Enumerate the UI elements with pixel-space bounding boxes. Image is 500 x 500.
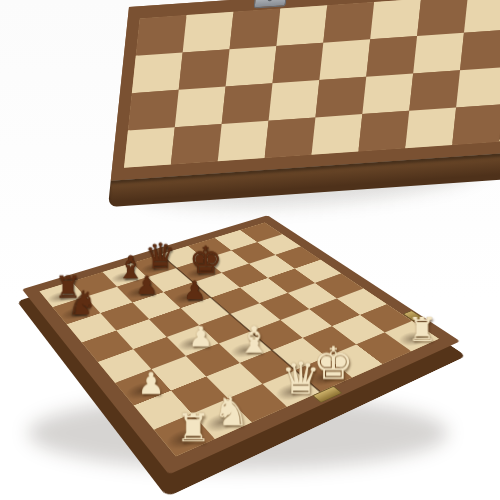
box-square	[370, 0, 421, 39]
box-square	[319, 39, 370, 80]
box-square	[460, 30, 500, 71]
box-square	[272, 43, 323, 84]
box-square	[230, 9, 281, 50]
box-lid	[111, 0, 500, 181]
box-square	[132, 52, 183, 93]
box-square	[222, 83, 273, 124]
board-square-h2	[360, 304, 412, 332]
box-square	[358, 111, 409, 152]
box-square	[362, 73, 413, 114]
box-square	[315, 77, 366, 118]
box-square	[183, 12, 234, 53]
box-square	[456, 67, 500, 108]
box-lid-checkerboard	[124, 0, 500, 168]
box-square	[171, 124, 222, 165]
box-square	[464, 0, 500, 33]
box-square	[269, 80, 320, 121]
box-square	[136, 15, 187, 56]
box-square	[175, 87, 226, 128]
piece-white-rook: ♜	[404, 313, 442, 346]
box-square	[128, 90, 179, 131]
box-square	[413, 33, 464, 74]
box-square	[265, 117, 316, 158]
box-square	[452, 104, 500, 145]
box-square	[417, 0, 468, 36]
chess-set-product-photo: ♜♝♛♞♟♚♟♟♟♝♜♞♛♚♜	[0, 0, 500, 500]
box-square	[409, 70, 460, 111]
box-square	[226, 46, 277, 87]
board-square-e3	[250, 320, 302, 350]
box-square	[405, 108, 456, 149]
folded-chess-box	[108, 0, 500, 207]
box-square	[366, 36, 417, 77]
box-square	[179, 49, 230, 90]
box-square	[312, 114, 363, 155]
box-square	[124, 127, 175, 168]
box-square	[276, 5, 327, 46]
box-square	[218, 121, 269, 162]
box-square	[323, 2, 374, 43]
